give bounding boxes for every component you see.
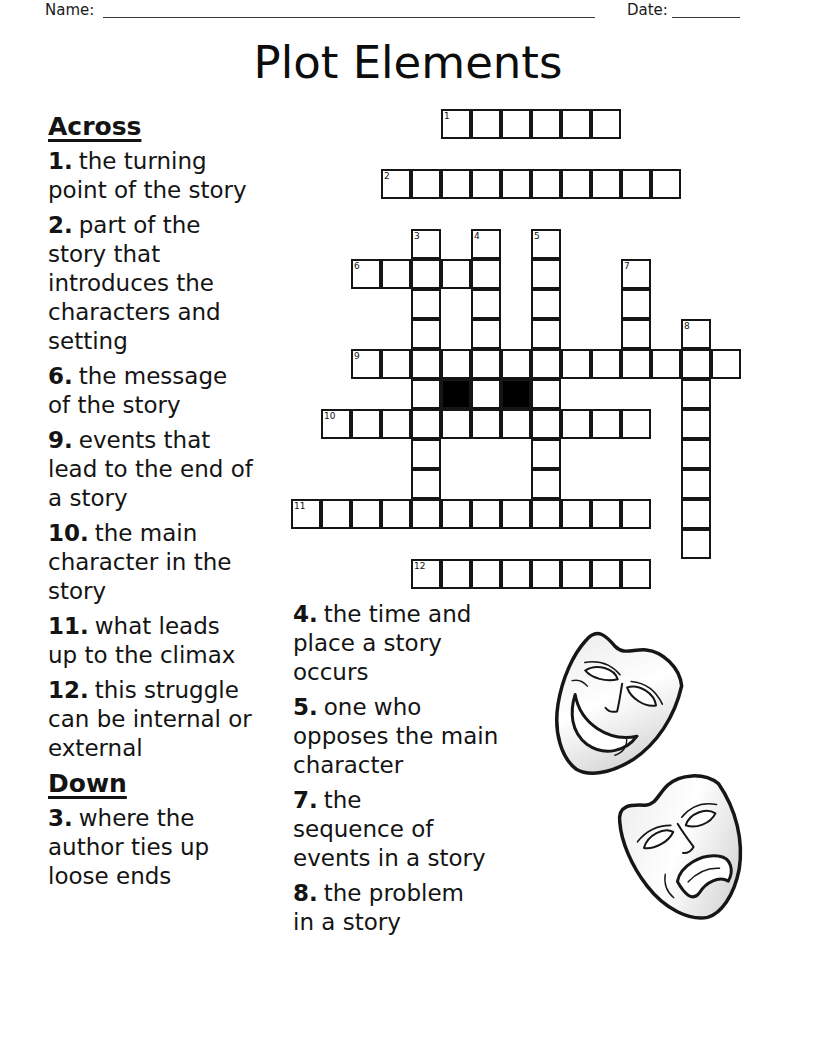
grid-cell-r9c8[interactable] (531, 379, 561, 409)
grid-cell-r15c11[interactable] (621, 559, 651, 589)
across-clue-2: 2.part of the story that introduces the … (48, 211, 296, 356)
grid-cell-r13c3[interactable] (381, 499, 411, 529)
grid-cell-r5c5[interactable] (441, 259, 471, 289)
page-title: Plot Elements (0, 36, 816, 89)
grid-cell-r8c7[interactable] (501, 349, 531, 379)
grid-cell-r9c6[interactable] (471, 379, 501, 409)
grid-cell-r13c10[interactable] (591, 499, 621, 529)
grid-cell-r10c8[interactable] (531, 409, 561, 439)
down-heading: Down (48, 769, 296, 798)
black-cell (441, 379, 471, 409)
grid-cell-r15c7[interactable] (501, 559, 531, 589)
cell-number-6: 6 (354, 261, 360, 271)
grid-cell-r0c9[interactable] (561, 109, 591, 139)
grid-cell-r10c6[interactable] (471, 409, 501, 439)
grid-cell-r5c11[interactable]: 7 (621, 259, 651, 289)
grid-cell-r8c14[interactable] (711, 349, 741, 379)
grid-cell-r12c8[interactable] (531, 469, 561, 499)
grid-cell-r2c12[interactable] (651, 169, 681, 199)
across-clue-11: 11.what leads up to the climax (48, 612, 296, 670)
grid-cell-r2c10[interactable] (591, 169, 621, 199)
across-clue-12: 12.this struggle can be internal or exte… (48, 676, 296, 763)
comedy-mask-icon (529, 620, 694, 796)
grid-cell-r8c11[interactable] (621, 349, 651, 379)
down-clue-3: 3.where the author ties up loose ends (48, 804, 296, 891)
date-input-line[interactable] (672, 2, 740, 18)
across-clue-9: 9.events that lead to the end of a story (48, 426, 296, 513)
grid-cell-r5c3[interactable] (381, 259, 411, 289)
across-heading: Across (48, 112, 296, 141)
cell-number-2: 2 (384, 171, 390, 181)
clue-column-left: Across 1.the turning point of the story … (48, 112, 296, 897)
grid-cell-r2c4[interactable] (411, 169, 441, 199)
grid-cell-r2c11[interactable] (621, 169, 651, 199)
name-label: Name: (45, 1, 94, 19)
grid-cell-r8c8[interactable] (531, 349, 561, 379)
crossword-grid: 123456789101112 (291, 109, 741, 589)
cell-number-3: 3 (414, 231, 420, 241)
grid-cell-r15c4[interactable]: 12 (411, 559, 441, 589)
across-clue-1: 1.the turning point of the story (48, 147, 296, 205)
grid-cell-r11c13[interactable] (681, 439, 711, 469)
down-clue-8: 8.the problem in a story (293, 879, 533, 937)
grid-cell-r8c5[interactable] (441, 349, 471, 379)
cell-number-10: 10 (324, 411, 335, 421)
grid-cell-r4c4[interactable]: 3 (411, 229, 441, 259)
grid-cell-r11c8[interactable] (531, 439, 561, 469)
grid-cell-r2c6[interactable] (471, 169, 501, 199)
cell-number-5: 5 (534, 231, 540, 241)
down-clue-4: 4.the time and place a story occurs (293, 600, 533, 687)
grid-cell-r10c2[interactable] (351, 409, 381, 439)
grid-cell-r10c9[interactable] (561, 409, 591, 439)
clue-column-middle: 4.the time and place a story occurs 5.on… (293, 600, 533, 943)
grid-cell-r6c11[interactable] (621, 289, 651, 319)
grid-cell-r0c10[interactable] (591, 109, 621, 139)
grid-cell-r13c5[interactable] (441, 499, 471, 529)
grid-cell-r13c2[interactable] (351, 499, 381, 529)
grid-cell-r0c8[interactable] (531, 109, 561, 139)
grid-cell-r15c6[interactable] (471, 559, 501, 589)
name-input-line[interactable] (103, 2, 595, 18)
grid-cell-r6c4[interactable] (411, 289, 441, 319)
grid-cell-r10c5[interactable] (441, 409, 471, 439)
grid-cell-r2c7[interactable] (501, 169, 531, 199)
grid-cell-r8c4[interactable] (411, 349, 441, 379)
grid-cell-r7c13[interactable]: 8 (681, 319, 711, 349)
cell-number-8: 8 (684, 321, 690, 331)
grid-cell-r15c9[interactable] (561, 559, 591, 589)
cell-number-7: 7 (624, 261, 630, 271)
grid-cell-r8c10[interactable] (591, 349, 621, 379)
grid-cell-r6c8[interactable] (531, 289, 561, 319)
grid-cell-r13c8[interactable] (531, 499, 561, 529)
grid-cell-r15c5[interactable] (441, 559, 471, 589)
grid-cell-r13c7[interactable] (501, 499, 531, 529)
grid-cell-r2c9[interactable] (561, 169, 591, 199)
grid-cell-r9c4[interactable] (411, 379, 441, 409)
grid-cell-r13c4[interactable] (411, 499, 441, 529)
date-label: Date: (627, 1, 668, 19)
across-clue-6: 6.the message of the story (48, 362, 296, 420)
grid-cell-r7c4[interactable] (411, 319, 441, 349)
grid-cell-r13c6[interactable] (471, 499, 501, 529)
grid-cell-r11c4[interactable] (411, 439, 441, 469)
grid-cell-r15c8[interactable] (531, 559, 561, 589)
grid-cell-r12c13[interactable] (681, 469, 711, 499)
grid-cell-r0c7[interactable] (501, 109, 531, 139)
grid-cell-r10c1[interactable]: 10 (321, 409, 351, 439)
grid-cell-r13c1[interactable] (321, 499, 351, 529)
black-cell (501, 379, 531, 409)
grid-cell-r10c13[interactable] (681, 409, 711, 439)
grid-cell-r10c11[interactable] (621, 409, 651, 439)
cell-number-4: 4 (474, 231, 480, 241)
grid-cell-r8c2[interactable]: 9 (351, 349, 381, 379)
grid-cell-r14c13[interactable] (681, 529, 711, 559)
grid-cell-r4c8[interactable]: 5 (531, 229, 561, 259)
cell-number-9: 9 (354, 351, 360, 361)
grid-cell-r10c3[interactable] (381, 409, 411, 439)
down-clue-5: 5.one who opposes the main character (293, 693, 533, 780)
grid-cell-r7c6[interactable] (471, 319, 501, 349)
grid-cell-r9c13[interactable] (681, 379, 711, 409)
grid-cell-r6c6[interactable] (471, 289, 501, 319)
grid-cell-r10c10[interactable] (591, 409, 621, 439)
grid-cell-r2c5[interactable] (441, 169, 471, 199)
grid-cell-r13c13[interactable] (681, 499, 711, 529)
tragedy-mask-icon (610, 765, 764, 936)
grid-cell-r8c12[interactable] (651, 349, 681, 379)
grid-cell-r4c6[interactable]: 4 (471, 229, 501, 259)
grid-cell-r2c3[interactable]: 2 (381, 169, 411, 199)
grid-cell-r13c9[interactable] (561, 499, 591, 529)
grid-cell-r8c9[interactable] (561, 349, 591, 379)
grid-cell-r5c8[interactable] (531, 259, 561, 289)
grid-cell-r0c5[interactable]: 1 (441, 109, 471, 139)
grid-cell-r5c2[interactable]: 6 (351, 259, 381, 289)
cell-number-12: 12 (414, 561, 425, 571)
grid-cell-r10c4[interactable] (411, 409, 441, 439)
grid-cell-r8c3[interactable] (381, 349, 411, 379)
grid-cell-r12c4[interactable] (411, 469, 441, 499)
grid-cell-r15c10[interactable] (591, 559, 621, 589)
grid-cell-r2c8[interactable] (531, 169, 561, 199)
across-clue-10: 10.the main character in the story (48, 519, 296, 606)
grid-cell-r5c4[interactable] (411, 259, 441, 289)
grid-cell-r8c13[interactable] (681, 349, 711, 379)
down-clue-7: 7.the sequence of events in a story (293, 786, 533, 873)
grid-cell-r8c6[interactable] (471, 349, 501, 379)
grid-cell-r0c6[interactable] (471, 109, 501, 139)
grid-cell-r10c7[interactable] (501, 409, 531, 439)
theater-masks-image (512, 596, 804, 956)
grid-cell-r5c6[interactable] (471, 259, 501, 289)
grid-cell-r7c11[interactable] (621, 319, 651, 349)
cell-number-1: 1 (444, 111, 450, 121)
grid-cell-r13c11[interactable] (621, 499, 651, 529)
grid-cell-r7c8[interactable] (531, 319, 561, 349)
